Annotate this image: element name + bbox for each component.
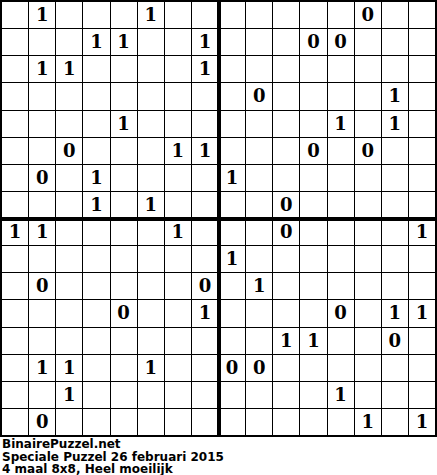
cell-r2c12[interactable] (328, 56, 354, 82)
cell-r14c14[interactable] (382, 382, 408, 408)
cell-r6c13[interactable] (355, 165, 381, 191)
cell-r1c12: 0 (328, 29, 354, 55)
cell-r4c14: 1 (382, 111, 408, 137)
cell-r11c8[interactable] (219, 300, 245, 326)
cell-r8c14[interactable] (382, 219, 408, 245)
cell-r3c12[interactable] (328, 83, 354, 109)
caption-difficulty: 4 maal 8x8, Heel moeilijk (2, 463, 437, 475)
cell-r7c7[interactable] (192, 192, 218, 218)
puzzle-page: 1101110011101111011000111101110110010101… (0, 0, 437, 475)
cell-r0c1: 1 (29, 2, 55, 28)
cell-r12c13[interactable] (355, 328, 381, 354)
cell-r5c12[interactable] (328, 138, 354, 164)
cell-r8c4[interactable] (111, 219, 137, 245)
cell-r9c14[interactable] (382, 246, 408, 272)
cell-r2c14[interactable] (382, 56, 408, 82)
cell-r4c0[interactable] (2, 111, 28, 137)
cell-r4c7[interactable] (192, 111, 218, 137)
cell-r8c5[interactable] (138, 219, 164, 245)
cell-r4c8[interactable] (219, 111, 245, 137)
cell-r1c15[interactable] (409, 29, 435, 55)
cell-r2c9[interactable] (246, 56, 272, 82)
cell-r12c15[interactable] (409, 328, 435, 354)
cell-r14c7[interactable] (192, 382, 218, 408)
cell-r14c2: 1 (56, 382, 82, 408)
cell-r2c6[interactable] (165, 56, 191, 82)
cell-r11c7: 1 (192, 300, 218, 326)
cell-r7c9[interactable] (246, 192, 272, 218)
cell-r15c15: 1 (409, 409, 435, 435)
cell-r11c0[interactable] (2, 300, 28, 326)
cell-r2c3[interactable] (83, 56, 109, 82)
cell-r6c2[interactable] (56, 165, 82, 191)
cell-r0c14[interactable] (382, 2, 408, 28)
cell-r7c13[interactable] (355, 192, 381, 218)
cell-r3c8[interactable] (219, 83, 245, 109)
cell-r12c3[interactable] (83, 328, 109, 354)
cell-r9c12[interactable] (328, 246, 354, 272)
cell-r3c5[interactable] (138, 83, 164, 109)
cell-r11c14: 1 (382, 300, 408, 326)
cell-r7c2[interactable] (56, 192, 82, 218)
cell-r3c9: 0 (246, 83, 272, 109)
cell-r9c6[interactable] (165, 246, 191, 272)
cell-r9c13[interactable] (355, 246, 381, 272)
cell-r14c1[interactable] (29, 382, 55, 408)
cell-r12c12[interactable] (328, 328, 354, 354)
cell-r9c15[interactable] (409, 246, 435, 272)
cell-r9c7[interactable] (192, 246, 218, 272)
cell-r1c7: 1 (192, 29, 218, 55)
cell-r6c6[interactable] (165, 165, 191, 191)
cell-r9c11[interactable] (300, 246, 326, 272)
puzzle-caption: BinairePuzzel.net Speciale Puzzel 26 feb… (0, 437, 437, 475)
cell-r4c5[interactable] (138, 111, 164, 137)
cell-r12c0[interactable] (2, 328, 28, 354)
cell-r15c8[interactable] (219, 409, 245, 435)
cell-r13c3[interactable] (83, 355, 109, 381)
cell-r2c15[interactable] (409, 56, 435, 82)
cell-r0c5: 1 (138, 2, 164, 28)
cell-r4c12: 1 (328, 111, 354, 137)
cell-r8c3[interactable] (83, 219, 109, 245)
cell-r12c11: 1 (300, 328, 326, 354)
cell-r15c5[interactable] (138, 409, 164, 435)
cell-r0c9[interactable] (246, 2, 272, 28)
cell-r6c12[interactable] (328, 165, 354, 191)
cell-r2c13[interactable] (355, 56, 381, 82)
cell-r10c10[interactable] (273, 273, 299, 299)
cell-r10c1: 0 (29, 273, 55, 299)
cell-r6c1: 0 (29, 165, 55, 191)
cell-r7c0[interactable] (2, 192, 28, 218)
cell-r0c15[interactable] (409, 2, 435, 28)
cell-r3c14: 1 (382, 83, 408, 109)
cell-r14c8[interactable] (219, 382, 245, 408)
cell-r6c15[interactable] (409, 165, 435, 191)
cell-r9c8: 1 (219, 246, 245, 272)
cell-r5c7: 1 (192, 138, 218, 164)
cell-r3c10[interactable] (273, 83, 299, 109)
cell-r7c6[interactable] (165, 192, 191, 218)
cell-r4c11[interactable] (300, 111, 326, 137)
cell-r10c0[interactable] (2, 273, 28, 299)
cell-r11c3[interactable] (83, 300, 109, 326)
cell-r10c8[interactable] (219, 273, 245, 299)
cell-r15c3[interactable] (83, 409, 109, 435)
cell-r0c7[interactable] (192, 2, 218, 28)
cell-r11c12: 0 (328, 300, 354, 326)
cell-r5c14[interactable] (382, 138, 408, 164)
cell-r10c13[interactable] (355, 273, 381, 299)
cell-r7c10: 0 (273, 192, 299, 218)
cell-r15c7[interactable] (192, 409, 218, 435)
cell-r8c10: 0 (273, 219, 299, 245)
cell-r13c14[interactable] (382, 355, 408, 381)
cell-r13c4[interactable] (111, 355, 137, 381)
cell-r0c12[interactable] (328, 2, 354, 28)
cell-r14c6[interactable] (165, 382, 191, 408)
cell-r1c0[interactable] (2, 29, 28, 55)
cell-r15c11[interactable] (300, 409, 326, 435)
cell-r3c3[interactable] (83, 83, 109, 109)
cell-r1c5[interactable] (138, 29, 164, 55)
cell-r13c0[interactable] (2, 355, 28, 381)
cell-r15c10[interactable] (273, 409, 299, 435)
puzzle-board-grid: 1101110011101111011000111101110110010101… (0, 0, 437, 437)
cell-r10c3[interactable] (83, 273, 109, 299)
cell-r4c2[interactable] (56, 111, 82, 137)
cell-r13c10[interactable] (273, 355, 299, 381)
cell-r12c6[interactable] (165, 328, 191, 354)
cell-r8c0: 1 (2, 219, 28, 245)
cell-r15c4[interactable] (111, 409, 137, 435)
cell-r15c9[interactable] (246, 409, 272, 435)
cell-r13c8: 0 (219, 355, 245, 381)
cell-r1c13[interactable] (355, 29, 381, 55)
cell-r11c15: 1 (409, 300, 435, 326)
cell-r12c2[interactable] (56, 328, 82, 354)
cell-r5c9[interactable] (246, 138, 272, 164)
cell-r4c3[interactable] (83, 111, 109, 137)
cell-r0c10[interactable] (273, 2, 299, 28)
cell-r10c14[interactable] (382, 273, 408, 299)
cell-r6c9[interactable] (246, 165, 272, 191)
cell-r14c12: 1 (328, 382, 354, 408)
cell-r9c4[interactable] (111, 246, 137, 272)
cell-r2c8[interactable] (219, 56, 245, 82)
cell-r9c10[interactable] (273, 246, 299, 272)
cell-r1c2[interactable] (56, 29, 82, 55)
cell-r13c11[interactable] (300, 355, 326, 381)
cell-r8c13[interactable] (355, 219, 381, 245)
cell-r2c5[interactable] (138, 56, 164, 82)
cell-r9c1[interactable] (29, 246, 55, 272)
cell-r4c15[interactable] (409, 111, 435, 137)
cell-r15c14[interactable] (382, 409, 408, 435)
cell-r1c10[interactable] (273, 29, 299, 55)
cell-r8c2[interactable] (56, 219, 82, 245)
cell-r8c1: 1 (29, 219, 55, 245)
cell-r10c11[interactable] (300, 273, 326, 299)
cell-r2c10[interactable] (273, 56, 299, 82)
cell-r9c0[interactable] (2, 246, 28, 272)
cell-r0c2[interactable] (56, 2, 82, 28)
cell-r2c4[interactable] (111, 56, 137, 82)
cell-r13c15[interactable] (409, 355, 435, 381)
cell-r10c7: 0 (192, 273, 218, 299)
cell-r9c9[interactable] (246, 246, 272, 272)
cell-r14c4[interactable] (111, 382, 137, 408)
cell-r10c6[interactable] (165, 273, 191, 299)
cell-r8c9[interactable] (246, 219, 272, 245)
cell-r5c4[interactable] (111, 138, 137, 164)
cell-r12c1[interactable] (29, 328, 55, 354)
cell-r12c5[interactable] (138, 328, 164, 354)
cell-r14c13[interactable] (355, 382, 381, 408)
cell-r0c8[interactable] (219, 2, 245, 28)
cell-r14c15[interactable] (409, 382, 435, 408)
cell-r0c0[interactable] (2, 2, 28, 28)
cell-r1c4: 1 (111, 29, 137, 55)
cell-r6c7[interactable] (192, 165, 218, 191)
cell-r2c0[interactable] (2, 56, 28, 82)
cell-r6c8: 1 (219, 165, 245, 191)
cell-r15c1: 0 (29, 409, 55, 435)
cell-r3c1[interactable] (29, 83, 55, 109)
cell-r3c11[interactable] (300, 83, 326, 109)
cell-r9c3[interactable] (83, 246, 109, 272)
cell-r4c9[interactable] (246, 111, 272, 137)
cell-r13c5: 1 (138, 355, 164, 381)
cell-r0c11[interactable] (300, 2, 326, 28)
cell-r9c5[interactable] (138, 246, 164, 272)
cell-r15c2[interactable] (56, 409, 82, 435)
cell-r13c1: 1 (29, 355, 55, 381)
cell-r15c12[interactable] (328, 409, 354, 435)
cell-r11c13[interactable] (355, 300, 381, 326)
cell-r14c0[interactable] (2, 382, 28, 408)
cell-r5c10[interactable] (273, 138, 299, 164)
cell-r8c7[interactable] (192, 219, 218, 245)
cell-r8c15: 1 (409, 219, 435, 245)
cell-r6c0[interactable] (2, 165, 28, 191)
cell-r5c1[interactable] (29, 138, 55, 164)
cell-r1c3: 1 (83, 29, 109, 55)
caption-site: BinairePuzzel.net (2, 438, 437, 451)
cell-r0c6[interactable] (165, 2, 191, 28)
cell-r2c11[interactable] (300, 56, 326, 82)
cell-r5c0[interactable] (2, 138, 28, 164)
cell-r7c12[interactable] (328, 192, 354, 218)
cell-r14c5[interactable] (138, 382, 164, 408)
cell-r7c5: 1 (138, 192, 164, 218)
cell-r4c4: 1 (111, 111, 137, 137)
cell-r4c13[interactable] (355, 111, 381, 137)
cell-r11c11[interactable] (300, 300, 326, 326)
cell-r8c8[interactable] (219, 219, 245, 245)
cell-r5c3[interactable] (83, 138, 109, 164)
cell-r11c9[interactable] (246, 300, 272, 326)
cell-r10c4[interactable] (111, 273, 137, 299)
cell-r6c11[interactable] (300, 165, 326, 191)
cell-r5c8[interactable] (219, 138, 245, 164)
cell-r4c6[interactable] (165, 111, 191, 137)
cell-r6c14[interactable] (382, 165, 408, 191)
cell-r10c2[interactable] (56, 273, 82, 299)
cell-r11c2[interactable] (56, 300, 82, 326)
cell-r12c8[interactable] (219, 328, 245, 354)
cell-r10c9: 1 (246, 273, 272, 299)
cell-r12c10: 1 (273, 328, 299, 354)
cell-r2c2: 1 (56, 56, 82, 82)
cell-r14c11[interactable] (300, 382, 326, 408)
cell-r14c10[interactable] (273, 382, 299, 408)
cell-r8c12[interactable] (328, 219, 354, 245)
cell-r5c6: 1 (165, 138, 191, 164)
cell-r12c7[interactable] (192, 328, 218, 354)
cell-r14c9[interactable] (246, 382, 272, 408)
cell-r9c2[interactable] (56, 246, 82, 272)
cell-r5c15[interactable] (409, 138, 435, 164)
cell-r1c14[interactable] (382, 29, 408, 55)
cell-r13c9: 0 (246, 355, 272, 381)
cell-r13c6[interactable] (165, 355, 191, 381)
puzzle-board: 1101110011101111011000111101110110010101… (0, 0, 437, 437)
cell-r3c7[interactable] (192, 83, 218, 109)
cell-r11c4: 0 (111, 300, 137, 326)
cell-r1c8[interactable] (219, 29, 245, 55)
cell-r3c13[interactable] (355, 83, 381, 109)
cell-r14c3[interactable] (83, 382, 109, 408)
cell-r13c12[interactable] (328, 355, 354, 381)
cell-r12c14: 0 (382, 328, 408, 354)
cell-r11c1[interactable] (29, 300, 55, 326)
cell-r13c7[interactable] (192, 355, 218, 381)
cell-r1c6[interactable] (165, 29, 191, 55)
cell-r4c10[interactable] (273, 111, 299, 137)
cell-r6c10[interactable] (273, 165, 299, 191)
cell-r13c13[interactable] (355, 355, 381, 381)
cell-r5c2: 0 (56, 138, 82, 164)
cell-r3c6[interactable] (165, 83, 191, 109)
cell-r7c14[interactable] (382, 192, 408, 218)
cell-r7c11[interactable] (300, 192, 326, 218)
cell-r10c12[interactable] (328, 273, 354, 299)
cell-r12c9[interactable] (246, 328, 272, 354)
cell-r12c4[interactable] (111, 328, 137, 354)
cell-r2c7: 1 (192, 56, 218, 82)
cell-r11c6[interactable] (165, 300, 191, 326)
cell-r1c1[interactable] (29, 29, 55, 55)
cell-r5c5[interactable] (138, 138, 164, 164)
cell-r1c11: 0 (300, 29, 326, 55)
cell-r0c13: 0 (355, 2, 381, 28)
cell-r8c11[interactable] (300, 219, 326, 245)
cell-r13c2: 1 (56, 355, 82, 381)
cell-r4c1[interactable] (29, 111, 55, 137)
cell-r6c5[interactable] (138, 165, 164, 191)
cell-r5c13: 0 (355, 138, 381, 164)
cell-r2c1: 1 (29, 56, 55, 82)
cell-r7c4[interactable] (111, 192, 137, 218)
cell-r10c15[interactable] (409, 273, 435, 299)
cell-r3c2[interactable] (56, 83, 82, 109)
cell-r11c5[interactable] (138, 300, 164, 326)
cell-r6c4[interactable] (111, 165, 137, 191)
cell-r15c13: 1 (355, 409, 381, 435)
cell-r7c8[interactable] (219, 192, 245, 218)
cell-r0c4[interactable] (111, 2, 137, 28)
cell-r8c6: 1 (165, 219, 191, 245)
cell-r6c3: 1 (83, 165, 109, 191)
cell-r7c1[interactable] (29, 192, 55, 218)
cell-r15c6[interactable] (165, 409, 191, 435)
cell-r3c0[interactable] (2, 83, 28, 109)
cell-r0c3[interactable] (83, 2, 109, 28)
cell-r7c3: 1 (83, 192, 109, 218)
cell-r11c10[interactable] (273, 300, 299, 326)
cell-r15c0[interactable] (2, 409, 28, 435)
cell-r3c4[interactable] (111, 83, 137, 109)
cell-r10c5[interactable] (138, 273, 164, 299)
cell-r5c11: 0 (300, 138, 326, 164)
cell-r1c9[interactable] (246, 29, 272, 55)
cell-r7c15[interactable] (409, 192, 435, 218)
cell-r3c15[interactable] (409, 83, 435, 109)
